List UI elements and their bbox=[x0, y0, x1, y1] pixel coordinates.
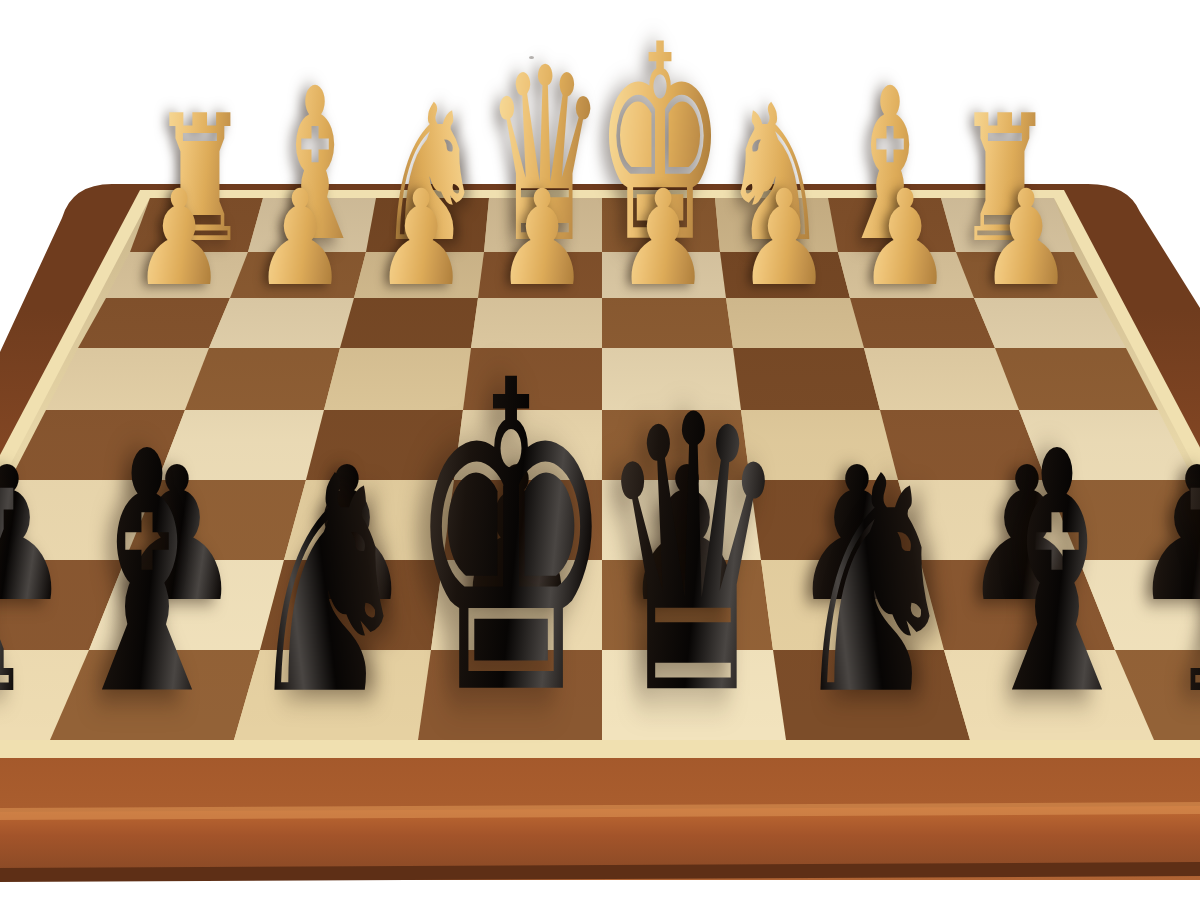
piece-wP-a2[interactable]: ♟ bbox=[979, 172, 1074, 304]
piece-wP-b2[interactable]: ♟ bbox=[858, 172, 953, 304]
piece-bB-b8[interactable]: ♝ bbox=[971, 408, 1144, 740]
piece-wP-d2[interactable]: ♟ bbox=[616, 172, 711, 304]
piece-wP-c2[interactable]: ♟ bbox=[737, 172, 832, 304]
piece-wP-g2[interactable]: ♟ bbox=[253, 172, 348, 304]
piece-bN-c8[interactable]: ♞ bbox=[790, 438, 961, 736]
piece-bB-g8[interactable]: ♝ bbox=[61, 408, 234, 740]
piece-wP-e2[interactable]: ♟ bbox=[495, 172, 590, 304]
pieces-layer: ♜♝♞♛♚♞♝♜♟♟♟♟♟♟♟♟♟♟♟♟♟♟♟♟♜♝♞♚♛♞♝♜ bbox=[0, 0, 1200, 900]
piece-bR-h8[interactable]: ♜ bbox=[0, 456, 42, 733]
piece-bK-e8[interactable]: ♚ bbox=[408, 327, 615, 754]
piece-wP-h2[interactable]: ♟ bbox=[132, 172, 227, 304]
piece-wP-f2[interactable]: ♟ bbox=[374, 172, 469, 304]
piece-bR-a8[interactable]: ♜ bbox=[1162, 456, 1200, 733]
piece-bN-f8[interactable]: ♞ bbox=[244, 438, 415, 736]
piece-bQ-d8[interactable]: ♛ bbox=[598, 367, 789, 747]
chess-photo-stage: ♜♝♞♛♚♞♝♜♟♟♟♟♟♟♟♟♟♟♟♟♟♟♟♟♜♝♞♚♛♞♝♜ bbox=[0, 0, 1200, 900]
